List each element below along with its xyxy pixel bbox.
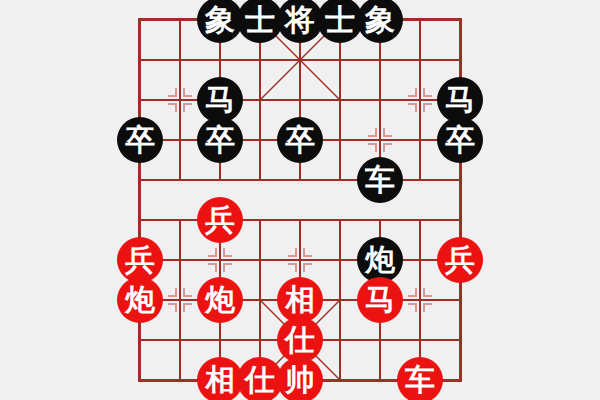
- board-point[interactable]: 车: [400, 360, 440, 400]
- board-point[interactable]: 马: [360, 280, 400, 320]
- piece-red-soldier[interactable]: 兵: [197, 197, 243, 243]
- app-background: 象士将士象马马卒卒卒卒车兵兵炮兵炮炮相马仕相仕帅车: [0, 0, 600, 400]
- board-point[interactable]: 仕: [280, 320, 320, 360]
- board-point[interactable]: 卒: [120, 120, 160, 160]
- board-point[interactable]: 士: [240, 0, 280, 40]
- piece-black-chariot[interactable]: 车: [357, 157, 403, 203]
- board-point[interactable]: 马: [200, 80, 240, 120]
- board-point[interactable]: 卒: [200, 120, 240, 160]
- board-point[interactable]: 将: [280, 0, 320, 40]
- board-point[interactable]: 相: [200, 360, 240, 400]
- piece-red-general[interactable]: 帅: [277, 357, 323, 400]
- board-point[interactable]: 炮: [360, 240, 400, 280]
- board-point[interactable]: 卒: [440, 120, 480, 160]
- piece-red-chariot[interactable]: 车: [397, 357, 443, 400]
- board-point[interactable]: 马: [440, 80, 480, 120]
- board-point[interactable]: 相: [280, 280, 320, 320]
- piece-black-soldier[interactable]: 卒: [277, 117, 323, 163]
- piece-red-cannon[interactable]: 炮: [197, 277, 243, 323]
- board-point[interactable]: 兵: [120, 240, 160, 280]
- board-point[interactable]: 兵: [200, 200, 240, 240]
- pieces-layer: 象士将士象马马卒卒卒卒车兵兵炮兵炮炮相马仕相仕帅车: [120, 0, 480, 400]
- piece-black-elephant[interactable]: 象: [357, 0, 403, 43]
- board-point[interactable]: 仕: [240, 360, 280, 400]
- piece-black-soldier[interactable]: 卒: [437, 117, 483, 163]
- xiangqi-board[interactable]: 象士将士象马马卒卒卒卒车兵兵炮兵炮炮相马仕相仕帅车: [0, 0, 600, 400]
- board-point[interactable]: 炮: [200, 280, 240, 320]
- board-point[interactable]: 帅: [280, 360, 320, 400]
- board-point[interactable]: 象: [200, 0, 240, 40]
- board-point[interactable]: 卒: [280, 120, 320, 160]
- board-point[interactable]: 兵: [440, 240, 480, 280]
- piece-red-horse[interactable]: 马: [357, 277, 403, 323]
- board-point[interactable]: 象: [360, 0, 400, 40]
- piece-red-soldier[interactable]: 兵: [437, 237, 483, 283]
- board-point[interactable]: 车: [360, 160, 400, 200]
- piece-black-soldier[interactable]: 卒: [197, 117, 243, 163]
- piece-black-soldier[interactable]: 卒: [117, 117, 163, 163]
- board-point[interactable]: 炮: [120, 280, 160, 320]
- board-point[interactable]: 士: [320, 0, 360, 40]
- piece-red-cannon[interactable]: 炮: [117, 277, 163, 323]
